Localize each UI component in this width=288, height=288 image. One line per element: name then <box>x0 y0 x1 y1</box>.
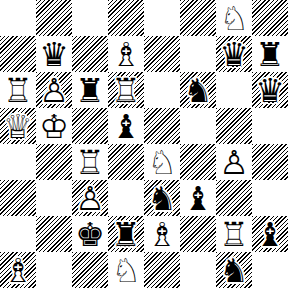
square-a6[interactable]: ♜♖ <box>0 72 36 108</box>
piece-white-bishop-d7[interactable]: ♝♗ <box>108 36 144 72</box>
piece-white-knight-d1[interactable]: ♞♘ <box>108 252 144 288</box>
piece-black-knight-f6[interactable]: ♞♞ <box>180 72 216 108</box>
black-rook-icon: ♜ <box>252 36 288 72</box>
black-bishop-icon: ♝ <box>252 216 288 252</box>
piece-black-knight-g1[interactable]: ♞♞ <box>216 252 252 288</box>
white-bishop-icon: ♗ <box>108 36 144 72</box>
black-queen-icon: ♛ <box>36 36 72 72</box>
black-queen-icon: ♛ <box>216 36 252 72</box>
piece-white-king-b5[interactable]: ♚♔ <box>36 108 72 144</box>
piece-black-queen-h6[interactable]: ♛♛ <box>252 72 288 108</box>
square-g3[interactable] <box>216 180 252 216</box>
square-h8[interactable] <box>252 0 288 36</box>
piece-white-rook-g2[interactable]: ♜♖ <box>216 216 252 252</box>
square-f1[interactable] <box>180 252 216 288</box>
square-a7[interactable] <box>0 36 36 72</box>
white-rook-icon: ♖ <box>72 144 108 180</box>
square-f3[interactable]: ♝♝ <box>180 180 216 216</box>
square-e7[interactable] <box>144 36 180 72</box>
black-knight-icon: ♞ <box>180 72 216 108</box>
piece-white-rook-a6[interactable]: ♜♖ <box>0 72 36 108</box>
square-a5[interactable]: ♛♕ <box>0 108 36 144</box>
square-e6[interactable] <box>144 72 180 108</box>
square-c7[interactable] <box>72 36 108 72</box>
square-b5[interactable]: ♚♔ <box>36 108 72 144</box>
piece-white-rook-c4[interactable]: ♜♖ <box>72 144 108 180</box>
piece-white-rook-d6[interactable]: ♜♖ <box>108 72 144 108</box>
square-a8[interactable] <box>0 0 36 36</box>
white-rook-icon: ♖ <box>216 216 252 252</box>
square-e3[interactable]: ♞♞ <box>144 180 180 216</box>
white-pawn-icon: ♙ <box>216 144 252 180</box>
black-bishop-icon: ♝ <box>180 180 216 216</box>
square-b8[interactable] <box>36 0 72 36</box>
square-f2[interactable] <box>180 216 216 252</box>
square-d3[interactable] <box>108 180 144 216</box>
square-e8[interactable] <box>144 0 180 36</box>
square-c3[interactable]: ♟♙ <box>72 180 108 216</box>
square-c5[interactable] <box>72 108 108 144</box>
square-b2[interactable] <box>36 216 72 252</box>
black-knight-icon: ♞ <box>216 252 252 288</box>
white-pawn-icon: ♙ <box>36 72 72 108</box>
square-d8[interactable] <box>108 0 144 36</box>
square-a1[interactable]: ♝♗ <box>0 252 36 288</box>
square-a2[interactable] <box>0 216 36 252</box>
square-h1[interactable] <box>252 252 288 288</box>
square-c2[interactable]: ♚♚ <box>72 216 108 252</box>
square-e5[interactable] <box>144 108 180 144</box>
square-b7[interactable]: ♛♛ <box>36 36 72 72</box>
piece-black-bishop-d5[interactable]: ♝♝ <box>108 108 144 144</box>
square-d1[interactable]: ♞♘ <box>108 252 144 288</box>
piece-white-pawn-c3[interactable]: ♟♙ <box>72 180 108 216</box>
black-knight-icon: ♞ <box>144 180 180 216</box>
square-b1[interactable] <box>36 252 72 288</box>
square-g1[interactable]: ♞♞ <box>216 252 252 288</box>
white-bishop-icon: ♗ <box>0 252 36 288</box>
square-h3[interactable] <box>252 180 288 216</box>
piece-black-queen-b7[interactable]: ♛♛ <box>36 36 72 72</box>
black-king-icon: ♚ <box>72 216 108 252</box>
piece-white-knight-g8[interactable]: ♞♘ <box>216 0 252 36</box>
square-d6[interactable]: ♜♖ <box>108 72 144 108</box>
square-g7[interactable]: ♛♛ <box>216 36 252 72</box>
square-d5[interactable]: ♝♝ <box>108 108 144 144</box>
square-g4[interactable]: ♟♙ <box>216 144 252 180</box>
square-f7[interactable] <box>180 36 216 72</box>
square-c4[interactable]: ♜♖ <box>72 144 108 180</box>
square-h6[interactable]: ♛♛ <box>252 72 288 108</box>
square-g6[interactable] <box>216 72 252 108</box>
square-g8[interactable]: ♞♘ <box>216 0 252 36</box>
white-rook-icon: ♖ <box>108 72 144 108</box>
square-b3[interactable] <box>36 180 72 216</box>
white-rook-icon: ♖ <box>0 72 36 108</box>
black-rook-icon: ♜ <box>108 216 144 252</box>
piece-black-rook-d2[interactable]: ♜♜ <box>108 216 144 252</box>
square-b4[interactable] <box>36 144 72 180</box>
square-c8[interactable] <box>72 0 108 36</box>
piece-black-knight-e3[interactable]: ♞♞ <box>144 180 180 216</box>
piece-white-pawn-b6[interactable]: ♟♙ <box>36 72 72 108</box>
square-h7[interactable]: ♜♜ <box>252 36 288 72</box>
chess-board: ♞♘♛♛♝♗♛♛♜♜♜♖♟♙♜♜♜♖♞♞♛♛♛♕♚♔♝♝♜♖♞♘♟♙♟♙♞♞♝♝… <box>0 0 288 288</box>
square-g2[interactable]: ♜♖ <box>216 216 252 252</box>
square-d2[interactable]: ♜♜ <box>108 216 144 252</box>
square-f5[interactable] <box>180 108 216 144</box>
white-knight-icon: ♘ <box>144 144 180 180</box>
square-c6[interactable]: ♜♜ <box>72 72 108 108</box>
square-c1[interactable] <box>72 252 108 288</box>
square-g5[interactable] <box>216 108 252 144</box>
square-a3[interactable] <box>0 180 36 216</box>
square-e2[interactable]: ♝♗ <box>144 216 180 252</box>
piece-black-rook-h7[interactable]: ♜♜ <box>252 36 288 72</box>
piece-white-pawn-g4[interactable]: ♟♙ <box>216 144 252 180</box>
piece-white-knight-e4[interactable]: ♞♘ <box>144 144 180 180</box>
square-a4[interactable] <box>0 144 36 180</box>
square-f6[interactable]: ♞♞ <box>180 72 216 108</box>
piece-black-bishop-h2[interactable]: ♝♝ <box>252 216 288 252</box>
square-h4[interactable] <box>252 144 288 180</box>
piece-white-bishop-e2[interactable]: ♝♗ <box>144 216 180 252</box>
square-h5[interactable] <box>252 108 288 144</box>
white-pawn-icon: ♙ <box>72 180 108 216</box>
square-f8[interactable] <box>180 0 216 36</box>
square-b6[interactable]: ♟♙ <box>36 72 72 108</box>
square-d4[interactable] <box>108 144 144 180</box>
square-e4[interactable]: ♞♘ <box>144 144 180 180</box>
white-knight-icon: ♘ <box>216 0 252 36</box>
square-h2[interactable]: ♝♝ <box>252 216 288 252</box>
black-bishop-icon: ♝ <box>108 108 144 144</box>
white-queen-icon: ♕ <box>0 108 36 144</box>
square-f4[interactable] <box>180 144 216 180</box>
black-queen-icon: ♛ <box>252 72 288 108</box>
piece-black-rook-c6[interactable]: ♜♜ <box>72 72 108 108</box>
square-d7[interactable]: ♝♗ <box>108 36 144 72</box>
square-e1[interactable] <box>144 252 180 288</box>
piece-black-king-c2[interactable]: ♚♚ <box>72 216 108 252</box>
piece-black-bishop-f3[interactable]: ♝♝ <box>180 180 216 216</box>
white-king-icon: ♔ <box>36 108 72 144</box>
black-rook-icon: ♜ <box>72 72 108 108</box>
white-knight-icon: ♘ <box>108 252 144 288</box>
piece-white-queen-a5[interactable]: ♛♕ <box>0 108 36 144</box>
white-bishop-icon: ♗ <box>144 216 180 252</box>
piece-black-queen-g7[interactable]: ♛♛ <box>216 36 252 72</box>
piece-white-bishop-a1[interactable]: ♝♗ <box>0 252 36 288</box>
